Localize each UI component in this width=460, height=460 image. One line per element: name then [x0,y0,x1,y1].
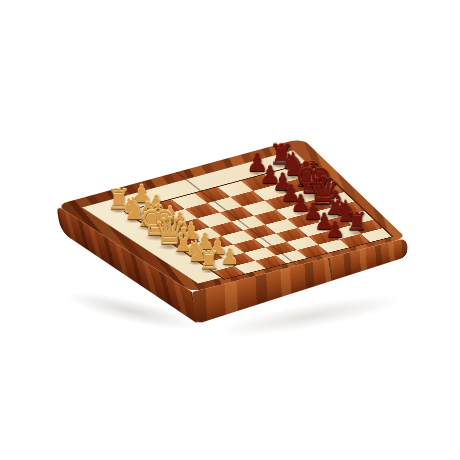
chess-set-photo: ♜♟♟♜♞♟♟♞♝♟♟♝♚♟♟♚♛♟♟♛♝♟♟♝♞♟♟♞♜♟♟♜ [0,0,460,460]
black-rook[interactable]: ♜ [345,210,367,235]
folding-seam [328,257,334,281]
white-rook[interactable]: ♜ [198,249,220,273]
white-pawn[interactable]: ♟ [220,246,239,268]
black-pawn[interactable]: ♟ [325,219,345,241]
